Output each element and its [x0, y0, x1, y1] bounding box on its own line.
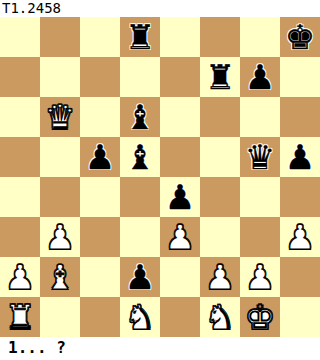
square-g4[interactable]	[240, 177, 280, 217]
square-d5[interactable]: ♝	[120, 137, 160, 177]
square-e7[interactable]	[160, 57, 200, 97]
square-g5[interactable]: ♛	[240, 137, 280, 177]
square-f3[interactable]	[200, 217, 240, 257]
square-d3[interactable]	[120, 217, 160, 257]
piece-black-pawn[interactable]: ♟	[245, 57, 275, 97]
square-e5[interactable]	[160, 137, 200, 177]
piece-white-queen[interactable]: ♛	[45, 97, 75, 137]
square-d7[interactable]	[120, 57, 160, 97]
square-g7[interactable]: ♟	[240, 57, 280, 97]
square-e1[interactable]	[160, 297, 200, 337]
square-a4[interactable]	[0, 177, 40, 217]
chess-board: ♜♚♜♟♛♝♟♝♛♟♟♟♟♟♟♝♟♟♟♜♞♞♚	[0, 17, 320, 337]
square-e4[interactable]: ♟	[160, 177, 200, 217]
piece-white-bishop[interactable]: ♝	[45, 257, 75, 297]
piece-black-king[interactable]: ♚	[285, 17, 315, 57]
square-g8[interactable]	[240, 17, 280, 57]
piece-black-bishop[interactable]: ♝	[125, 97, 155, 137]
square-a2[interactable]: ♟	[0, 257, 40, 297]
piece-white-pawn[interactable]: ♟	[5, 257, 35, 297]
square-b1[interactable]	[40, 297, 80, 337]
piece-black-pawn[interactable]: ♟	[285, 137, 315, 177]
piece-white-knight[interactable]: ♞	[125, 297, 155, 337]
square-c4[interactable]	[80, 177, 120, 217]
piece-white-rook[interactable]: ♜	[5, 297, 35, 337]
piece-black-rook[interactable]: ♜	[205, 57, 235, 97]
piece-black-bishop[interactable]: ♝	[125, 137, 155, 177]
square-h3[interactable]: ♟	[280, 217, 320, 257]
square-c2[interactable]	[80, 257, 120, 297]
square-d2[interactable]: ♟	[120, 257, 160, 297]
square-g6[interactable]	[240, 97, 280, 137]
square-d4[interactable]	[120, 177, 160, 217]
square-g3[interactable]	[240, 217, 280, 257]
square-c7[interactable]	[80, 57, 120, 97]
square-e6[interactable]	[160, 97, 200, 137]
square-f7[interactable]: ♜	[200, 57, 240, 97]
piece-white-pawn[interactable]: ♟	[45, 217, 75, 257]
piece-white-knight[interactable]: ♞	[205, 297, 235, 337]
piece-white-pawn[interactable]: ♟	[205, 257, 235, 297]
square-f5[interactable]	[200, 137, 240, 177]
square-h6[interactable]	[280, 97, 320, 137]
square-d8[interactable]: ♜	[120, 17, 160, 57]
square-h7[interactable]	[280, 57, 320, 97]
square-b6[interactable]: ♛	[40, 97, 80, 137]
square-a6[interactable]	[0, 97, 40, 137]
piece-black-pawn[interactable]: ♟	[125, 257, 155, 297]
square-h2[interactable]	[280, 257, 320, 297]
square-c3[interactable]	[80, 217, 120, 257]
square-h8[interactable]: ♚	[280, 17, 320, 57]
square-f6[interactable]	[200, 97, 240, 137]
square-c1[interactable]	[80, 297, 120, 337]
square-b8[interactable]	[40, 17, 80, 57]
square-e3[interactable]: ♟	[160, 217, 200, 257]
square-c8[interactable]	[80, 17, 120, 57]
piece-black-pawn[interactable]: ♟	[85, 137, 115, 177]
square-f4[interactable]	[200, 177, 240, 217]
square-g2[interactable]: ♟	[240, 257, 280, 297]
piece-black-pawn[interactable]: ♟	[165, 177, 195, 217]
move-prompt: 1... ?	[0, 337, 320, 360]
square-h5[interactable]: ♟	[280, 137, 320, 177]
square-c5[interactable]: ♟	[80, 137, 120, 177]
square-h1[interactable]	[280, 297, 320, 337]
piece-white-king[interactable]: ♚	[245, 297, 275, 337]
square-e8[interactable]	[160, 17, 200, 57]
square-b2[interactable]: ♝	[40, 257, 80, 297]
square-f1[interactable]: ♞	[200, 297, 240, 337]
square-a5[interactable]	[0, 137, 40, 177]
square-b3[interactable]: ♟	[40, 217, 80, 257]
square-c6[interactable]	[80, 97, 120, 137]
square-e2[interactable]	[160, 257, 200, 297]
square-f2[interactable]: ♟	[200, 257, 240, 297]
square-a7[interactable]	[0, 57, 40, 97]
piece-black-queen[interactable]: ♛	[245, 137, 275, 177]
square-a8[interactable]	[0, 17, 40, 57]
chess-puzzle-app: T1.2458 ♜♚♜♟♛♝♟♝♛♟♟♟♟♟♟♝♟♟♟♜♞♞♚ 1... ?	[0, 0, 320, 360]
square-d6[interactable]: ♝	[120, 97, 160, 137]
square-b7[interactable]	[40, 57, 80, 97]
puzzle-title: T1.2458	[0, 0, 320, 17]
square-g1[interactable]: ♚	[240, 297, 280, 337]
square-a3[interactable]	[0, 217, 40, 257]
square-a1[interactable]: ♜	[0, 297, 40, 337]
square-h4[interactable]	[280, 177, 320, 217]
piece-black-rook[interactable]: ♜	[125, 17, 155, 57]
square-b4[interactable]	[40, 177, 80, 217]
piece-white-pawn[interactable]: ♟	[245, 257, 275, 297]
square-b5[interactable]	[40, 137, 80, 177]
square-d1[interactable]: ♞	[120, 297, 160, 337]
piece-white-pawn[interactable]: ♟	[285, 217, 315, 257]
piece-white-pawn[interactable]: ♟	[165, 217, 195, 257]
square-f8[interactable]	[200, 17, 240, 57]
